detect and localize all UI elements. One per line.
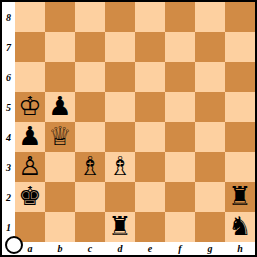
rank-label-5: 5 — [2, 92, 15, 122]
chess-diagram: ♔♟♟♕♙♗♗♚♜♜♞ 87654321 abcdefgh — [0, 0, 257, 257]
square-h7[interactable] — [225, 32, 255, 62]
square-c2[interactable] — [75, 182, 105, 212]
square-c1[interactable] — [75, 212, 105, 242]
square-f2[interactable] — [165, 182, 195, 212]
square-d6[interactable] — [105, 62, 135, 92]
square-g3[interactable] — [195, 152, 225, 182]
rank-label-3: 3 — [2, 152, 15, 182]
square-f5[interactable] — [165, 92, 195, 122]
square-e6[interactable] — [135, 62, 165, 92]
square-h3[interactable] — [225, 152, 255, 182]
square-e4[interactable] — [135, 122, 165, 152]
square-b6[interactable] — [45, 62, 75, 92]
square-g5[interactable] — [195, 92, 225, 122]
square-e5[interactable] — [135, 92, 165, 122]
square-g2[interactable] — [195, 182, 225, 212]
square-g7[interactable] — [195, 32, 225, 62]
square-g4[interactable] — [195, 122, 225, 152]
file-label-e: e — [135, 242, 165, 255]
rank-label-6: 6 — [2, 62, 15, 92]
piece-black-rook[interactable]: ♜ — [228, 181, 251, 211]
square-a8[interactable] — [15, 2, 45, 32]
square-c6[interactable] — [75, 62, 105, 92]
white-to-move-indicator — [5, 236, 23, 254]
piece-black-rook[interactable]: ♜ — [108, 211, 131, 241]
square-b2[interactable] — [45, 182, 75, 212]
square-b5[interactable]: ♟ — [45, 92, 75, 122]
square-f6[interactable] — [165, 62, 195, 92]
square-c8[interactable] — [75, 2, 105, 32]
square-d3[interactable]: ♗ — [105, 152, 135, 182]
square-h8[interactable] — [225, 2, 255, 32]
square-d4[interactable] — [105, 122, 135, 152]
square-e8[interactable] — [135, 2, 165, 32]
square-b8[interactable] — [45, 2, 75, 32]
square-a7[interactable] — [15, 32, 45, 62]
square-e3[interactable] — [135, 152, 165, 182]
square-b1[interactable] — [45, 212, 75, 242]
square-h5[interactable] — [225, 92, 255, 122]
square-h2[interactable]: ♜ — [225, 182, 255, 212]
piece-black-knight[interactable]: ♞ — [228, 211, 251, 241]
square-e7[interactable] — [135, 32, 165, 62]
square-c7[interactable] — [75, 32, 105, 62]
piece-white-king[interactable]: ♔ — [18, 91, 41, 121]
square-e2[interactable] — [135, 182, 165, 212]
piece-white-bishop[interactable]: ♗ — [108, 151, 131, 181]
square-a4[interactable]: ♟ — [15, 122, 45, 152]
file-label-c: c — [75, 242, 105, 255]
square-c5[interactable] — [75, 92, 105, 122]
square-b3[interactable] — [45, 152, 75, 182]
rank-label-4: 4 — [2, 122, 15, 152]
square-g8[interactable] — [195, 2, 225, 32]
square-g1[interactable] — [195, 212, 225, 242]
square-d5[interactable] — [105, 92, 135, 122]
square-a6[interactable] — [15, 62, 45, 92]
square-b7[interactable] — [45, 32, 75, 62]
square-c4[interactable] — [75, 122, 105, 152]
square-f7[interactable] — [165, 32, 195, 62]
square-e1[interactable] — [135, 212, 165, 242]
piece-black-pawn[interactable]: ♟ — [48, 91, 71, 121]
file-label-f: f — [165, 242, 195, 255]
piece-black-king[interactable]: ♚ — [18, 181, 41, 211]
square-h4[interactable] — [225, 122, 255, 152]
rank-label-8: 8 — [2, 2, 15, 32]
file-label-d: d — [105, 242, 135, 255]
piece-white-queen[interactable]: ♕ — [48, 121, 71, 151]
rank-label-2: 2 — [2, 182, 15, 212]
square-f4[interactable] — [165, 122, 195, 152]
rank-label-7: 7 — [2, 32, 15, 62]
square-a2[interactable]: ♚ — [15, 182, 45, 212]
square-f8[interactable] — [165, 2, 195, 32]
square-f1[interactable] — [165, 212, 195, 242]
square-f3[interactable] — [165, 152, 195, 182]
file-label-g: g — [195, 242, 225, 255]
piece-black-pawn[interactable]: ♟ — [18, 121, 41, 151]
piece-white-pawn[interactable]: ♙ — [18, 151, 41, 181]
square-h1[interactable]: ♞ — [225, 212, 255, 242]
square-b4[interactable]: ♕ — [45, 122, 75, 152]
square-d8[interactable] — [105, 2, 135, 32]
square-a3[interactable]: ♙ — [15, 152, 45, 182]
square-d1[interactable]: ♜ — [105, 212, 135, 242]
square-d2[interactable] — [105, 182, 135, 212]
chess-board[interactable]: ♔♟♟♕♙♗♗♚♜♜♞ — [15, 2, 255, 242]
square-d7[interactable] — [105, 32, 135, 62]
file-label-b: b — [45, 242, 75, 255]
square-g6[interactable] — [195, 62, 225, 92]
square-c3[interactable]: ♗ — [75, 152, 105, 182]
square-a5[interactable]: ♔ — [15, 92, 45, 122]
file-label-h: h — [225, 242, 255, 255]
piece-white-bishop[interactable]: ♗ — [78, 151, 101, 181]
square-h6[interactable] — [225, 62, 255, 92]
